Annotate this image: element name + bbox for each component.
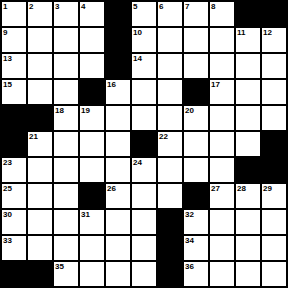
clue-number-7: 7 — [185, 2, 189, 12]
crossword-cell-r3c11[interactable] — [262, 54, 286, 78]
clue-number-36: 36 — [185, 262, 194, 272]
crossword-cell-r9c9[interactable] — [210, 210, 234, 234]
crossword-cell-r6c8[interactable] — [184, 132, 208, 156]
crossword-cell-r11c3[interactable]: 35 — [54, 262, 78, 286]
crossword-cell-r9c10[interactable] — [236, 210, 260, 234]
clue-number-3: 3 — [55, 2, 59, 12]
crossword-cell-r2c11[interactable]: 12 — [262, 28, 286, 52]
crossword-cell-r5c3[interactable]: 18 — [54, 106, 78, 130]
blocked-cell-r2c5 — [106, 28, 130, 52]
clue-number-5: 5 — [133, 2, 137, 12]
crossword-cell-r1c1[interactable]: 1 — [2, 2, 26, 26]
crossword-cell-r7c8[interactable] — [184, 158, 208, 182]
crossword-cell-r5c8[interactable]: 20 — [184, 106, 208, 130]
crossword-cell-r3c1[interactable]: 13 — [2, 54, 26, 78]
blocked-cell-r4c8 — [184, 80, 208, 104]
crossword-cell-r11c10[interactable] — [236, 262, 260, 286]
crossword-cell-r6c9[interactable] — [210, 132, 234, 156]
crossword-cell-r7c5[interactable] — [106, 158, 130, 182]
clue-number-24: 24 — [133, 158, 142, 168]
crossword-cell-r3c8[interactable] — [184, 54, 208, 78]
blocked-cell-r6c6 — [132, 132, 156, 156]
blocked-cell-r1c11 — [262, 2, 286, 26]
blocked-cell-r1c10 — [236, 2, 260, 26]
blocked-cell-r7c10 — [236, 158, 260, 182]
clue-number-34: 34 — [185, 236, 194, 246]
clue-number-6: 6 — [159, 2, 163, 12]
blocked-cell-r5c2 — [28, 106, 52, 130]
crossword-cell-r5c6[interactable] — [132, 106, 156, 130]
crossword-cell-r1c2[interactable]: 2 — [28, 2, 52, 26]
crossword-cell-r7c6[interactable]: 24 — [132, 158, 156, 182]
blocked-cell-r11c2 — [28, 262, 52, 286]
crossword-cell-r9c1[interactable]: 30 — [2, 210, 26, 234]
crossword-cell-r8c1[interactable]: 25 — [2, 184, 26, 208]
clue-number-23: 23 — [3, 158, 12, 168]
crossword-cell-r11c8[interactable]: 36 — [184, 262, 208, 286]
blocked-cell-r10c7 — [158, 236, 182, 260]
crossword-cell-r10c9[interactable] — [210, 236, 234, 260]
crossword-cell-r6c10[interactable] — [236, 132, 260, 156]
crossword-cell-r8c11[interactable]: 29 — [262, 184, 286, 208]
crossword-cell-r5c10[interactable] — [236, 106, 260, 130]
crossword-cell-r4c11[interactable] — [262, 80, 286, 104]
crossword-cell-r2c2[interactable] — [28, 28, 52, 52]
crossword-cell-r9c11[interactable] — [262, 210, 286, 234]
crossword-cell-r9c2[interactable] — [28, 210, 52, 234]
crossword-cell-r9c3[interactable] — [54, 210, 78, 234]
crossword-cell-r3c6[interactable]: 14 — [132, 54, 156, 78]
crossword-cell-r11c5[interactable] — [106, 262, 130, 286]
clue-number-18: 18 — [55, 106, 64, 116]
crossword-cell-r3c7[interactable] — [158, 54, 182, 78]
crossword-cell-r7c7[interactable] — [158, 158, 182, 182]
crossword-cell-r10c6[interactable] — [132, 236, 156, 260]
blocked-cell-r1c5 — [106, 2, 130, 26]
crossword-cell-r1c4[interactable]: 4 — [80, 2, 104, 26]
crossword-cell-r11c9[interactable] — [210, 262, 234, 286]
crossword-cell-r5c5[interactable] — [106, 106, 130, 130]
crossword-cell-r1c9[interactable]: 8 — [210, 2, 234, 26]
blocked-cell-r11c7 — [158, 262, 182, 286]
crossword-cell-r2c8[interactable] — [184, 28, 208, 52]
clue-number-19: 19 — [81, 106, 90, 116]
crossword-cell-r2c3[interactable] — [54, 28, 78, 52]
clue-number-1: 1 — [3, 2, 7, 12]
crossword-cell-r1c6[interactable]: 5 — [132, 2, 156, 26]
crossword-cell-r8c6[interactable] — [132, 184, 156, 208]
clue-number-27: 27 — [211, 184, 220, 194]
crossword-cell-r7c2[interactable] — [28, 158, 52, 182]
crossword-cell-r10c10[interactable] — [236, 236, 260, 260]
clue-number-29: 29 — [263, 184, 272, 194]
clue-number-28: 28 — [237, 184, 246, 194]
crossword-cell-r2c6[interactable]: 10 — [132, 28, 156, 52]
crossword-cell-r9c4[interactable]: 31 — [80, 210, 104, 234]
crossword-cell-r4c1[interactable]: 15 — [2, 80, 26, 104]
blocked-cell-r11c1 — [2, 262, 26, 286]
clue-number-30: 30 — [3, 210, 12, 220]
clue-number-25: 25 — [3, 184, 12, 194]
blocked-cell-r7c11 — [262, 158, 286, 182]
crossword-cell-r2c9[interactable] — [210, 28, 234, 52]
clue-number-35: 35 — [55, 262, 64, 272]
crossword-cell-r6c4[interactable] — [80, 132, 104, 156]
clue-number-26: 26 — [107, 184, 116, 194]
clue-number-4: 4 — [81, 2, 85, 12]
crossword-cell-r10c8[interactable]: 34 — [184, 236, 208, 260]
crossword-cell-r2c7[interactable] — [158, 28, 182, 52]
crossword-cell-r5c9[interactable] — [210, 106, 234, 130]
crossword-cell-r2c4[interactable] — [80, 28, 104, 52]
clue-number-2: 2 — [29, 2, 33, 12]
clue-number-9: 9 — [3, 28, 7, 38]
crossword-cell-r3c10[interactable] — [236, 54, 260, 78]
blocked-cell-r9c7 — [158, 210, 182, 234]
crossword-cell-r3c9[interactable] — [210, 54, 234, 78]
blocked-cell-r8c8 — [184, 184, 208, 208]
blocked-cell-r8c4 — [80, 184, 104, 208]
crossword-cell-r9c5[interactable] — [106, 210, 130, 234]
crossword-cell-r4c7[interactable] — [158, 80, 182, 104]
crossword-cell-r8c10[interactable]: 28 — [236, 184, 260, 208]
clue-number-15: 15 — [3, 80, 12, 90]
crossword-cell-r7c1[interactable]: 23 — [2, 158, 26, 182]
crossword-cell-r10c4[interactable] — [80, 236, 104, 260]
crossword-cell-r8c9[interactable]: 27 — [210, 184, 234, 208]
crossword-cell-r6c2[interactable]: 21 — [28, 132, 52, 156]
crossword-cell-r2c10[interactable]: 11 — [236, 28, 260, 52]
crossword-cell-r2c1[interactable]: 9 — [2, 28, 26, 52]
blocked-cell-r5c1 — [2, 106, 26, 130]
clue-number-10: 10 — [133, 28, 142, 38]
crossword-cell-r4c6[interactable] — [132, 80, 156, 104]
clue-number-12: 12 — [263, 28, 272, 38]
crossword-cell-r6c5[interactable] — [106, 132, 130, 156]
clue-number-22: 22 — [159, 132, 168, 142]
crossword-cell-r4c5[interactable]: 16 — [106, 80, 130, 104]
crossword-cell-r5c4[interactable]: 19 — [80, 106, 104, 130]
clue-number-17: 17 — [211, 80, 220, 90]
crossword-cell-r7c3[interactable] — [54, 158, 78, 182]
clue-number-13: 13 — [3, 54, 12, 64]
crossword-cell-r4c2[interactable] — [28, 80, 52, 104]
clue-number-32: 32 — [185, 210, 194, 220]
crossword-cell-r10c3[interactable] — [54, 236, 78, 260]
blocked-cell-r3c5 — [106, 54, 130, 78]
clue-number-14: 14 — [133, 54, 142, 64]
crossword-cell-r9c8[interactable]: 32 — [184, 210, 208, 234]
crossword-cell-r8c2[interactable] — [28, 184, 52, 208]
crossword-cell-r1c7[interactable]: 6 — [158, 2, 182, 26]
crossword-cell-r4c10[interactable] — [236, 80, 260, 104]
crossword-cell-r11c6[interactable] — [132, 262, 156, 286]
clue-number-21: 21 — [29, 132, 38, 142]
crossword-cell-r10c5[interactable] — [106, 236, 130, 260]
crossword-cell-r4c9[interactable]: 17 — [210, 80, 234, 104]
crossword-cell-r5c11[interactable] — [262, 106, 286, 130]
crossword-cell-r6c3[interactable] — [54, 132, 78, 156]
crossword-cell-r7c9[interactable] — [210, 158, 234, 182]
blocked-cell-r4c4 — [80, 80, 104, 104]
crossword-cell-r11c11[interactable] — [262, 262, 286, 286]
crossword-cell-r11c4[interactable] — [80, 262, 104, 286]
crossword-cell-r1c3[interactable]: 3 — [54, 2, 78, 26]
clue-number-16: 16 — [107, 80, 116, 90]
blocked-cell-r6c1 — [2, 132, 26, 156]
crossword-cell-r4c3[interactable] — [54, 80, 78, 104]
blocked-cell-r6c11 — [262, 132, 286, 156]
crossword-cell-r3c2[interactable] — [28, 54, 52, 78]
crossword-cell-r1c8[interactable]: 7 — [184, 2, 208, 26]
crossword-cell-r3c3[interactable] — [54, 54, 78, 78]
clue-number-11: 11 — [237, 28, 245, 38]
clue-number-31: 31 — [81, 210, 90, 220]
crossword-cell-r8c7[interactable] — [158, 184, 182, 208]
crossword-cell-r6c7[interactable]: 22 — [158, 132, 182, 156]
crossword-cell-r8c5[interactable]: 26 — [106, 184, 130, 208]
clue-number-8: 8 — [211, 2, 215, 12]
clue-number-33: 33 — [3, 236, 12, 246]
crossword-cell-r10c11[interactable] — [262, 236, 286, 260]
crossword-cell-r7c4[interactable] — [80, 158, 104, 182]
crossword-cell-r10c1[interactable]: 33 — [2, 236, 26, 260]
crossword-cell-r10c2[interactable] — [28, 236, 52, 260]
crossword-cell-r8c3[interactable] — [54, 184, 78, 208]
clue-number-20: 20 — [185, 106, 194, 116]
crossword-cell-r3c4[interactable] — [80, 54, 104, 78]
crossword-board: 1234567891011121314151617181920212223242… — [0, 0, 288, 288]
crossword-cell-r5c7[interactable] — [158, 106, 182, 130]
crossword-cell-r9c6[interactable] — [132, 210, 156, 234]
